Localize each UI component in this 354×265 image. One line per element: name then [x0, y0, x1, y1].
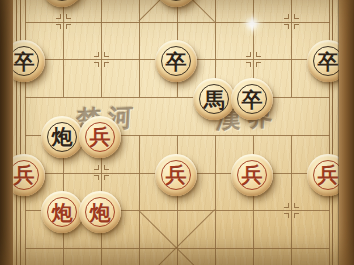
piece-glyph: 兵 — [166, 164, 187, 185]
grid-line — [215, 135, 216, 265]
grid-line — [139, 0, 140, 97]
piece-red-soldier[interactable]: 兵 — [79, 116, 121, 158]
grid-line — [101, 0, 102, 97]
piece-glyph: 兵 — [318, 164, 339, 185]
piece-glyph: 卒 — [14, 51, 35, 72]
piece-black-horse[interactable]: 馬 — [193, 78, 235, 120]
piece-red-soldier[interactable]: 兵 — [231, 154, 273, 196]
piece-red-cannon[interactable]: 炮 — [41, 191, 83, 233]
grid-line — [25, 97, 330, 98]
board-border-line — [16, 0, 17, 265]
piece-glyph: 卒 — [166, 51, 187, 72]
grid-line — [63, 0, 64, 97]
grid-line — [291, 135, 292, 265]
piece-glyph: 卒 — [242, 89, 263, 110]
piece-red-cannon[interactable]: 炮 — [79, 191, 121, 233]
xiangqi-board[interactable]: 楚河 漢界 卒卒卒馬卒炮兵兵兵兵兵炮炮 — [0, 0, 354, 265]
piece-black-unknown-black-cutoff[interactable] — [41, 0, 83, 7]
piece-glyph: 馬 — [204, 89, 225, 110]
piece-black-unknown-black-cutoff[interactable] — [155, 0, 197, 7]
piece-black-cannon[interactable]: 炮 — [41, 116, 83, 158]
piece-glyph: 炮 — [90, 202, 111, 223]
grid-line — [139, 135, 140, 265]
piece-glyph: 卒 — [318, 51, 339, 72]
sparkle-highlight — [238, 10, 266, 38]
piece-black-soldier[interactable]: 卒 — [155, 40, 197, 82]
board-frame-left — [0, 0, 13, 265]
piece-glyph: 兵 — [90, 126, 111, 147]
piece-glyph: 兵 — [14, 164, 35, 185]
board-frame-right — [339, 0, 354, 265]
piece-red-soldier[interactable]: 兵 — [155, 154, 197, 196]
piece-glyph: 炮 — [52, 202, 73, 223]
grid-line — [291, 0, 292, 97]
piece-glyph: 兵 — [242, 164, 263, 185]
piece-black-soldier[interactable]: 卒 — [231, 78, 273, 120]
piece-glyph: 炮 — [52, 126, 73, 147]
